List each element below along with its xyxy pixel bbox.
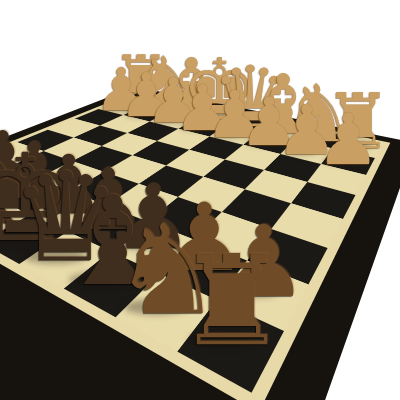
chess-set-photo: ♜♞♟♝♟♚♟♛♟♝♟♞♟♜♟♟♟♟♜♟♞♟♝♟♚♟♛♟♝♟♞♜ (0, 0, 400, 400)
chess-board (0, 0, 400, 400)
